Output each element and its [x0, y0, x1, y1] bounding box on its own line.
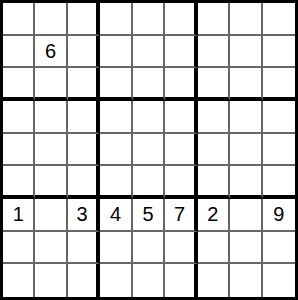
cell-r8c1[interactable]: [3, 232, 35, 265]
cell-r9c5[interactable]: [133, 264, 165, 297]
cell-r9c4[interactable]: [100, 264, 132, 297]
cell-r1c3[interactable]: [68, 3, 100, 36]
cell-r8c3[interactable]: [68, 232, 100, 265]
cell-r9c8[interactable]: [230, 264, 262, 297]
sudoku-puzzle: 61345729: [0, 0, 298, 300]
cell-r8c2[interactable]: [35, 232, 67, 265]
cell-r8c7[interactable]: [198, 232, 230, 265]
cell-r4c6[interactable]: [165, 101, 197, 134]
cell-r5c8[interactable]: [230, 134, 262, 167]
cell-r8c9[interactable]: [263, 232, 295, 265]
cell-r2c2[interactable]: 6: [35, 36, 67, 69]
cell-r1c6[interactable]: [165, 3, 197, 36]
cell-r7c7[interactable]: 2: [198, 199, 230, 232]
cell-r5c4[interactable]: [100, 134, 132, 167]
cell-r2c5[interactable]: [133, 36, 165, 69]
cell-r4c4[interactable]: [100, 101, 132, 134]
cell-r2c9[interactable]: [263, 36, 295, 69]
cell-r5c9[interactable]: [263, 134, 295, 167]
cell-r4c9[interactable]: [263, 101, 295, 134]
cell-r9c3[interactable]: [68, 264, 100, 297]
cell-r9c9[interactable]: [263, 264, 295, 297]
cell-r8c4[interactable]: [100, 232, 132, 265]
cell-r5c5[interactable]: [133, 134, 165, 167]
cell-r7c1[interactable]: 1: [3, 199, 35, 232]
cell-r1c4[interactable]: [100, 3, 132, 36]
cell-r6c8[interactable]: [230, 166, 262, 199]
cell-r1c1[interactable]: [3, 3, 35, 36]
cell-r4c7[interactable]: [198, 101, 230, 134]
cell-r1c7[interactable]: [198, 3, 230, 36]
cell-r6c9[interactable]: [263, 166, 295, 199]
cell-r5c6[interactable]: [165, 134, 197, 167]
cell-r2c8[interactable]: [230, 36, 262, 69]
cell-r4c1[interactable]: [3, 101, 35, 134]
cell-r8c5[interactable]: [133, 232, 165, 265]
cell-r3c8[interactable]: [230, 68, 262, 101]
cell-r7c4[interactable]: 4: [100, 199, 132, 232]
cell-r1c9[interactable]: [263, 3, 295, 36]
cell-r3c9[interactable]: [263, 68, 295, 101]
cell-r9c2[interactable]: [35, 264, 67, 297]
cell-r9c1[interactable]: [3, 264, 35, 297]
cell-r2c7[interactable]: [198, 36, 230, 69]
cell-r7c6[interactable]: 7: [165, 199, 197, 232]
cell-r1c5[interactable]: [133, 3, 165, 36]
cell-r2c4[interactable]: [100, 36, 132, 69]
cell-r3c7[interactable]: [198, 68, 230, 101]
cell-r3c4[interactable]: [100, 68, 132, 101]
cell-r5c7[interactable]: [198, 134, 230, 167]
cell-r9c6[interactable]: [165, 264, 197, 297]
cell-r3c6[interactable]: [165, 68, 197, 101]
cell-r7c3[interactable]: 3: [68, 199, 100, 232]
cell-r7c8[interactable]: [230, 199, 262, 232]
cell-r6c5[interactable]: [133, 166, 165, 199]
cell-r4c2[interactable]: [35, 101, 67, 134]
cell-r5c1[interactable]: [3, 134, 35, 167]
cell-r3c1[interactable]: [3, 68, 35, 101]
cell-r6c6[interactable]: [165, 166, 197, 199]
cell-r9c7[interactable]: [198, 264, 230, 297]
sudoku-board: 61345729: [0, 0, 298, 300]
cell-r2c3[interactable]: [68, 36, 100, 69]
cell-r6c3[interactable]: [68, 166, 100, 199]
cell-r4c8[interactable]: [230, 101, 262, 134]
cell-r3c2[interactable]: [35, 68, 67, 101]
cell-r8c6[interactable]: [165, 232, 197, 265]
cell-r8c8[interactable]: [230, 232, 262, 265]
cell-r5c2[interactable]: [35, 134, 67, 167]
cell-r5c3[interactable]: [68, 134, 100, 167]
cell-r2c1[interactable]: [3, 36, 35, 69]
cell-r4c3[interactable]: [68, 101, 100, 134]
cell-r3c5[interactable]: [133, 68, 165, 101]
cell-r6c1[interactable]: [3, 166, 35, 199]
cell-r6c7[interactable]: [198, 166, 230, 199]
cell-r1c8[interactable]: [230, 3, 262, 36]
cell-r7c2[interactable]: [35, 199, 67, 232]
cell-r6c4[interactable]: [100, 166, 132, 199]
cell-r7c5[interactable]: 5: [133, 199, 165, 232]
cell-r6c2[interactable]: [35, 166, 67, 199]
cell-r3c3[interactable]: [68, 68, 100, 101]
cell-r4c5[interactable]: [133, 101, 165, 134]
cell-r2c6[interactable]: [165, 36, 197, 69]
cell-r7c9[interactable]: 9: [263, 199, 295, 232]
cell-r1c2[interactable]: [35, 3, 67, 36]
